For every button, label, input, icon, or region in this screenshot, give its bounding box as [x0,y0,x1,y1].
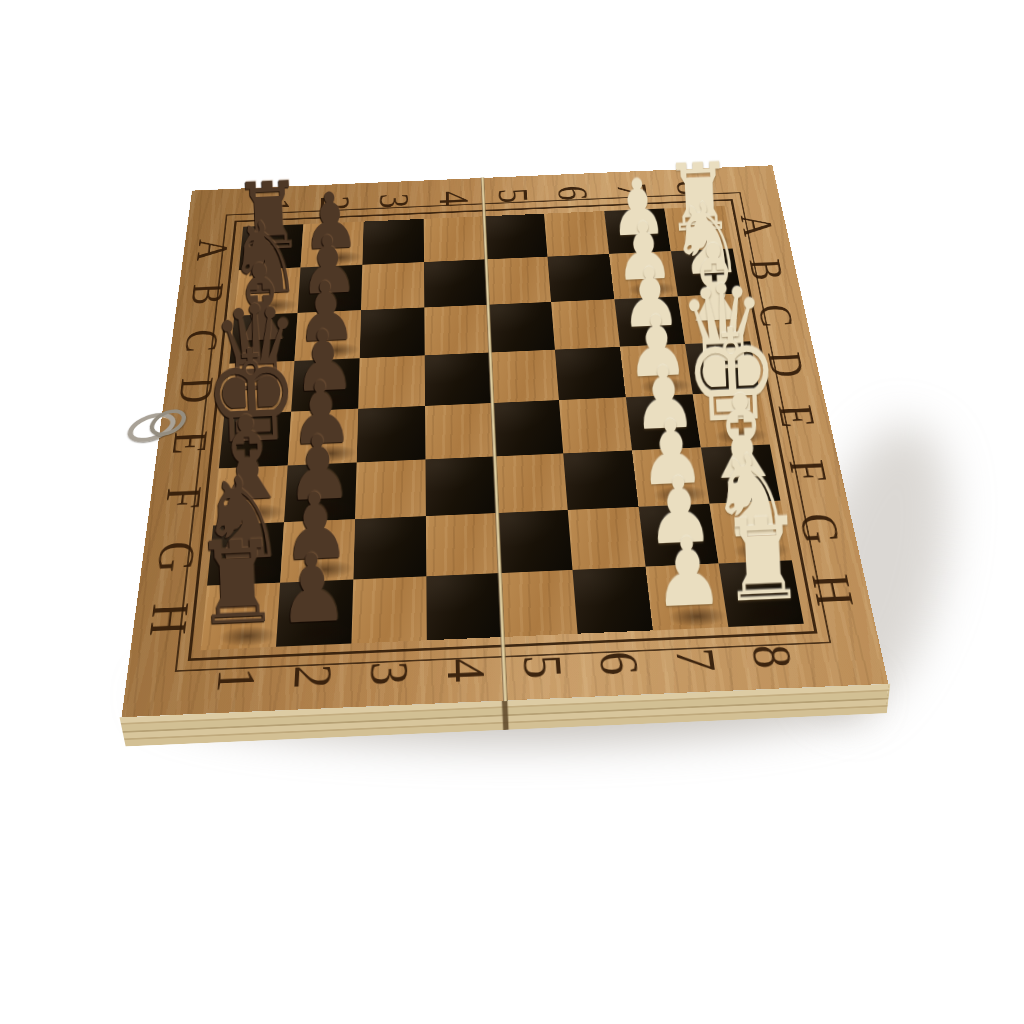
square-H8: ♜ [719,560,804,627]
square-C5 [488,302,555,353]
square-H1: ♜ [201,583,281,650]
square-D6 [555,347,626,400]
square-C3 [360,307,425,358]
square-H7: ♟ [646,564,729,631]
clasp-hook-icon [144,404,192,441]
square-G4 [426,513,500,576]
square-H3 [351,576,426,643]
square-B6 [547,254,614,302]
chess-set-photo: 12345678 12345678 ABCDEFGH ABCDEFGH ♜♟♟♜… [0,0,1024,1024]
square-H4 [426,573,502,640]
square-E5 [492,400,563,456]
dark-pawn-H2: ♟ [275,541,349,638]
square-F4 [425,456,496,516]
board-surface: 12345678 12345678 ABCDEFGH ABCDEFGH ♜♟♟♜… [122,165,889,717]
square-H2: ♟ [276,579,353,646]
square-F3 [355,459,426,519]
square-H5 [499,570,577,637]
clasp-ring-icon [123,407,180,448]
square-A6 [544,211,609,257]
light-rook-H8: ♜ [718,502,807,619]
square-A5 [484,214,548,260]
square-C4 [424,305,489,356]
chess-board: 12345678 12345678 ABCDEFGH ABCDEFGH ♜♟♟♜… [122,165,889,717]
square-E3 [357,406,426,463]
square-E4 [425,403,494,459]
square-B4 [424,259,488,307]
square-H6 [573,567,653,634]
square-C6 [551,299,620,350]
square-A3 [362,219,424,265]
square-F5 [494,453,567,513]
square-E6 [559,397,632,453]
square-F6 [563,450,638,510]
light-pawn-H7: ♟ [650,525,724,622]
clasp-icon [119,403,192,446]
dark-rook-H1: ♜ [192,525,281,642]
square-A4 [424,216,486,262]
